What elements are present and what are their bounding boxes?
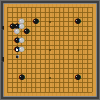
star-point [77, 49, 79, 51]
grid-vertical-line [54, 7, 55, 92]
grid-vertical-line [73, 7, 74, 92]
stone-highlight [34, 20, 35, 21]
star-point [49, 77, 51, 79]
grid-vertical-line [63, 7, 64, 92]
grid-horizontal-line [7, 68, 92, 69]
grid-vertical-line [59, 7, 60, 92]
white-stone: ● [19, 47, 24, 52]
stone-highlight [25, 30, 26, 31]
stone-highlight [16, 25, 17, 26]
go-board[interactable]: ●●●●●●●●●●●●●● [4, 4, 96, 96]
stone-highlight [16, 30, 17, 31]
stone-highlight [20, 76, 21, 77]
star-point [49, 49, 51, 51]
stone-highlight [76, 76, 77, 77]
black-stone: ● [33, 19, 38, 24]
star-point [49, 21, 51, 23]
grid-horizontal-line [7, 82, 92, 83]
annotation-marker [16, 55, 19, 59]
last-move-marker [16, 49, 18, 51]
black-stone: ● [75, 19, 80, 24]
grid-vertical-line [87, 7, 88, 92]
stone-highlight [20, 25, 21, 26]
stone-highlight [11, 25, 12, 26]
app-window: ●●●●●●●●●●●●●● [0, 0, 100, 100]
grid-horizontal-line [7, 59, 92, 60]
grid-horizontal-line [7, 54, 92, 55]
grid-vertical-line [68, 7, 69, 92]
stone-highlight [76, 20, 77, 21]
black-stone: ● [19, 75, 24, 80]
black-stone: ● [75, 75, 80, 80]
grid-vertical-line [92, 7, 93, 92]
frame-edge-marker [1, 26, 4, 31]
grid-horizontal-line [7, 87, 92, 88]
stone-highlight [16, 39, 17, 40]
white-stone: ● [15, 29, 20, 34]
white-stone: ● [19, 38, 24, 43]
stone-highlight [20, 48, 21, 49]
grid-horizontal-line [7, 92, 92, 93]
frame-edge-marker [1, 57, 4, 62]
grid-horizontal-line [7, 63, 92, 64]
stone-highlight [20, 39, 21, 40]
grid-vertical-line [82, 7, 83, 92]
